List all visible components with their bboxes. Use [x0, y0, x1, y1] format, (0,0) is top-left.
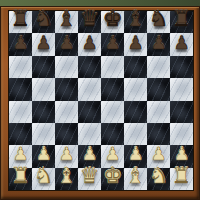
piece-black-queen[interactable]: ♛: [80, 8, 100, 30]
piece-white-knight[interactable]: ♞: [149, 165, 169, 187]
square-g7[interactable]: ♟: [147, 33, 170, 55]
piece-white-pawn[interactable]: ♟: [127, 145, 143, 163]
square-e8[interactable]: ♚: [101, 11, 124, 33]
square-h1[interactable]: ♜: [170, 168, 193, 190]
piece-white-king[interactable]: ♚: [103, 165, 123, 187]
piece-black-pawn[interactable]: ♟: [12, 34, 28, 52]
piece-black-pawn[interactable]: ♟: [127, 34, 143, 52]
piece-black-pawn[interactable]: ♟: [58, 34, 74, 52]
square-d6[interactable]: [78, 56, 101, 78]
square-d1[interactable]: ♛: [78, 168, 101, 190]
square-e7[interactable]: ♟: [101, 33, 124, 55]
square-h4[interactable]: [170, 101, 193, 123]
square-a7[interactable]: ♟: [9, 33, 32, 55]
square-e6[interactable]: [101, 56, 124, 78]
square-a1[interactable]: ♜: [9, 168, 32, 190]
piece-white-rook[interactable]: ♜: [172, 165, 192, 187]
piece-white-pawn[interactable]: ♟: [35, 145, 51, 163]
square-h6[interactable]: [170, 56, 193, 78]
square-e5[interactable]: [101, 78, 124, 100]
square-b8[interactable]: ♞: [32, 11, 55, 33]
square-a5[interactable]: [9, 78, 32, 100]
square-d7[interactable]: ♟: [78, 33, 101, 55]
square-c4[interactable]: [55, 101, 78, 123]
square-c5[interactable]: [55, 78, 78, 100]
square-f1[interactable]: ♝: [124, 168, 147, 190]
square-a4[interactable]: [9, 101, 32, 123]
square-f3[interactable]: [124, 123, 147, 145]
square-f5[interactable]: [124, 78, 147, 100]
square-h8[interactable]: ♜: [170, 11, 193, 33]
square-d3[interactable]: [78, 123, 101, 145]
square-f8[interactable]: ♝: [124, 11, 147, 33]
piece-black-knight[interactable]: ♞: [149, 8, 169, 30]
square-f7[interactable]: ♟: [124, 33, 147, 55]
square-g5[interactable]: [147, 78, 170, 100]
piece-white-queen[interactable]: ♛: [80, 165, 100, 187]
piece-white-bishop[interactable]: ♝: [126, 165, 146, 187]
piece-black-knight[interactable]: ♞: [34, 8, 54, 30]
square-h5[interactable]: [170, 78, 193, 100]
square-b6[interactable]: [32, 56, 55, 78]
square-d8[interactable]: ♛: [78, 11, 101, 33]
square-g8[interactable]: ♞: [147, 11, 170, 33]
square-c7[interactable]: ♟: [55, 33, 78, 55]
piece-black-pawn[interactable]: ♟: [81, 34, 97, 52]
piece-white-pawn[interactable]: ♟: [150, 145, 166, 163]
square-h3[interactable]: [170, 123, 193, 145]
square-d5[interactable]: [78, 78, 101, 100]
piece-black-pawn[interactable]: ♟: [173, 34, 189, 52]
square-g4[interactable]: [147, 101, 170, 123]
square-f4[interactable]: [124, 101, 147, 123]
square-g1[interactable]: ♞: [147, 168, 170, 190]
square-c6[interactable]: [55, 56, 78, 78]
square-g3[interactable]: [147, 123, 170, 145]
square-b1[interactable]: ♞: [32, 168, 55, 190]
square-d4[interactable]: [78, 101, 101, 123]
piece-white-pawn[interactable]: ♟: [81, 145, 97, 163]
square-c8[interactable]: ♝: [55, 11, 78, 33]
piece-black-bishop[interactable]: ♝: [126, 8, 146, 30]
square-f6[interactable]: [124, 56, 147, 78]
piece-black-pawn[interactable]: ♟: [150, 34, 166, 52]
piece-black-king[interactable]: ♚: [103, 8, 123, 30]
square-h7[interactable]: ♟: [170, 33, 193, 55]
square-b4[interactable]: [32, 101, 55, 123]
square-b3[interactable]: [32, 123, 55, 145]
piece-white-pawn[interactable]: ♟: [173, 145, 189, 163]
piece-black-rook[interactable]: ♜: [11, 8, 31, 30]
piece-white-knight[interactable]: ♞: [34, 165, 54, 187]
square-c1[interactable]: ♝: [55, 168, 78, 190]
square-a6[interactable]: [9, 56, 32, 78]
square-a3[interactable]: [9, 123, 32, 145]
piece-white-pawn[interactable]: ♟: [58, 145, 74, 163]
square-a8[interactable]: ♜: [9, 11, 32, 33]
piece-white-rook[interactable]: ♜: [11, 165, 31, 187]
piece-black-pawn[interactable]: ♟: [35, 34, 51, 52]
piece-black-pawn[interactable]: ♟: [104, 34, 120, 52]
square-e1[interactable]: ♚: [101, 168, 124, 190]
square-b5[interactable]: [32, 78, 55, 100]
piece-white-pawn[interactable]: ♟: [104, 145, 120, 163]
piece-white-pawn[interactable]: ♟: [12, 145, 28, 163]
chess-app-window: ♜♞♝♛♚♝♞♜♟♟♟♟♟♟♟♟♟♟♟♟♟♟♟♟♜♞♝♛♚♝♞♜: [0, 0, 200, 200]
piece-black-rook[interactable]: ♜: [172, 8, 192, 30]
square-c3[interactable]: [55, 123, 78, 145]
square-e3[interactable]: [101, 123, 124, 145]
square-b7[interactable]: ♟: [32, 33, 55, 55]
square-e4[interactable]: [101, 101, 124, 123]
square-g6[interactable]: [147, 56, 170, 78]
board-squares: ♜♞♝♛♚♝♞♜♟♟♟♟♟♟♟♟♟♟♟♟♟♟♟♟♜♞♝♛♚♝♞♜: [8, 10, 194, 191]
piece-black-bishop[interactable]: ♝: [57, 8, 77, 30]
piece-white-bishop[interactable]: ♝: [57, 165, 77, 187]
